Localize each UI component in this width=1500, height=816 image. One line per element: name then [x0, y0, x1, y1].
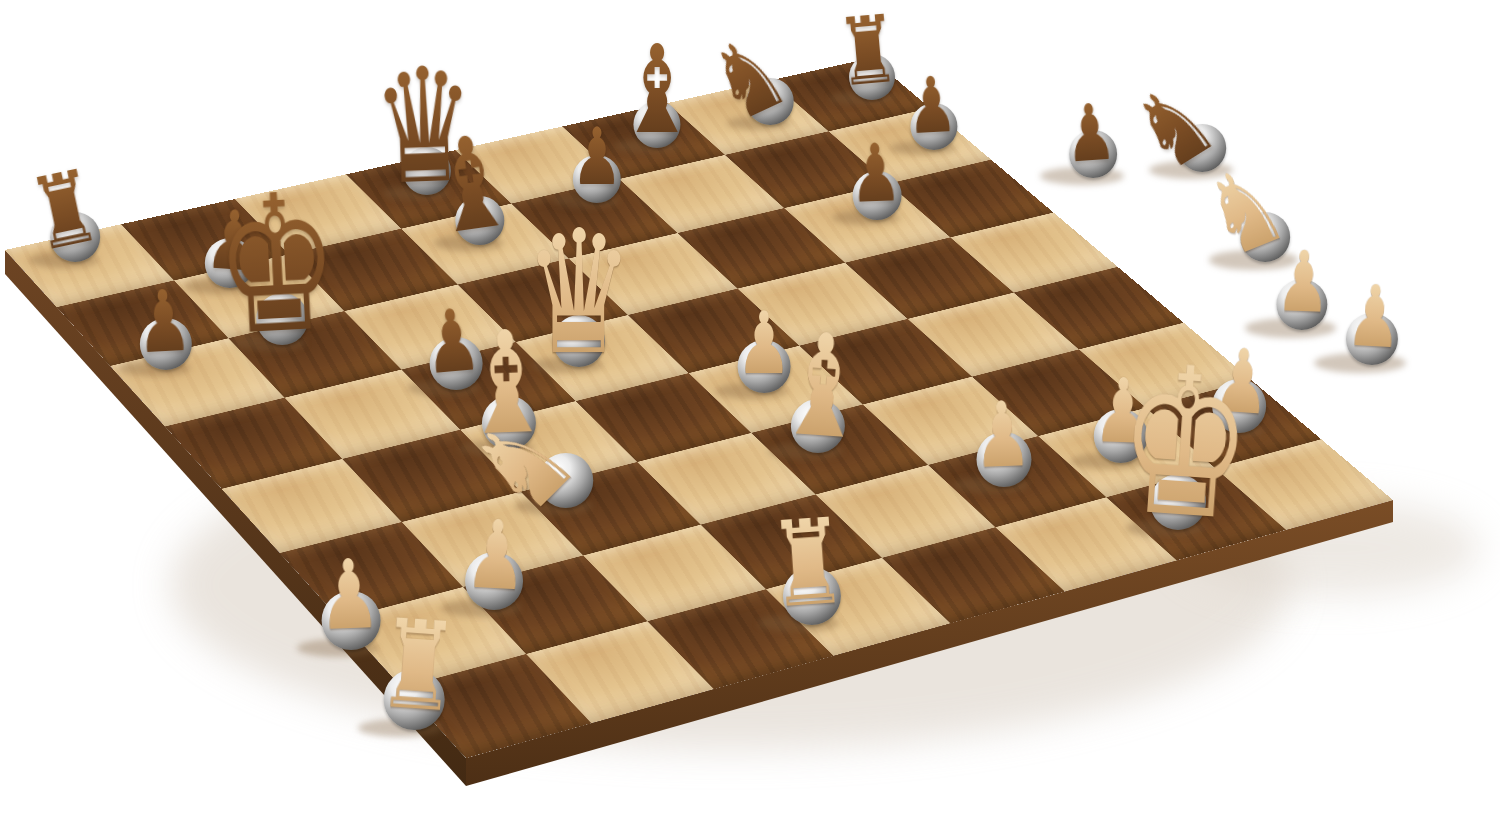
pawn-glyph: ♟ [134, 278, 193, 366]
king-glyph: ♚ [1112, 337, 1258, 551]
rook-glyph: ♜ [766, 502, 850, 625]
pawn-glyph: ♟ [1062, 92, 1118, 173]
pawn-glyph: ♟ [905, 66, 959, 145]
rook-glyph: ♜ [375, 603, 462, 730]
pawn-glyph: ♟ [1345, 273, 1404, 361]
pawn-glyph: ♟ [848, 133, 902, 215]
bishop-glyph: ♝ [773, 313, 874, 460]
pawn-glyph: ♟ [1275, 239, 1332, 325]
king-glyph: ♚ [211, 168, 343, 363]
rook-glyph: ♜ [23, 155, 107, 266]
scene: ♜♟♟♚♛♝♟♝♞♜♟♟♟♛♝♞♟♝♜♟♜♟♟♟♟♚♟♞♞♟♟ [0, 0, 1500, 816]
pawn-glyph: ♟ [972, 389, 1033, 481]
pawn-glyph: ♟ [572, 118, 623, 197]
pawn-glyph: ♟ [463, 507, 529, 605]
rook-glyph: ♜ [834, 3, 902, 101]
